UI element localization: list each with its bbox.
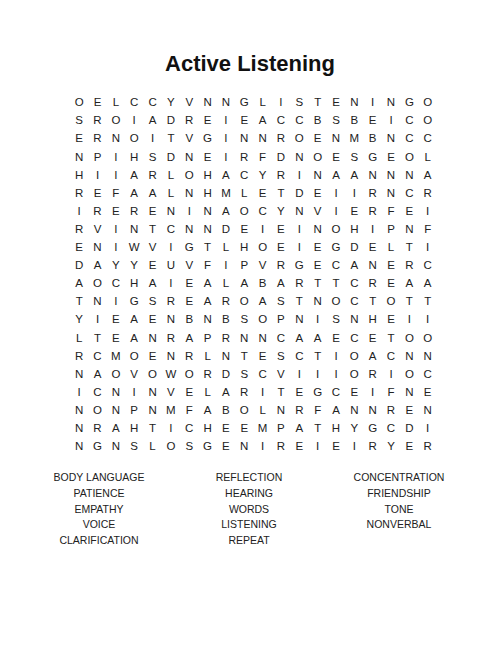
grid-cell-r7-c1[interactable]: I [70,203,88,221]
grid-cell-r4-c14[interactable]: O [308,148,326,166]
grid-cell-r14-c17[interactable]: E [364,329,382,347]
grid-cell-r5-c16[interactable]: A [345,166,363,184]
grid-cell-r6-c1[interactable]: R [70,184,88,202]
grid-cell-r8-c2[interactable]: V [88,221,106,239]
grid-cell-r15-c10[interactable]: T [235,347,253,365]
grid-cell-r20-c3[interactable]: N [107,438,125,456]
grid-cell-r3-c8[interactable]: G [198,130,216,148]
grid-cell-r5-c5[interactable]: R [143,166,161,184]
grid-cell-r4-c6[interactable]: D [162,148,180,166]
grid-cell-r1-c2[interactable]: E [88,94,106,112]
grid-cell-r6-c8[interactable]: H [198,184,216,202]
grid-cell-r6-c7[interactable]: N [180,184,198,202]
grid-cell-r14-c5[interactable]: N [143,329,161,347]
grid-cell-r14-c7[interactable]: A [180,329,198,347]
grid-cell-r9-c12[interactable]: E [272,239,290,257]
grid-cell-r4-c20[interactable]: L [419,148,437,166]
grid-cell-r10-c16[interactable]: A [345,257,363,275]
grid-cell-r20-c7[interactable]: S [180,438,198,456]
grid-cell-r9-c7[interactable]: G [180,239,198,257]
grid-cell-r3-c9[interactable]: I [217,130,235,148]
grid-cell-r12-c15[interactable]: O [327,293,345,311]
grid-cell-r14-c16[interactable]: C [345,329,363,347]
grid-cell-r10-c6[interactable]: U [162,257,180,275]
grid-cell-r13-c3[interactable]: E [107,311,125,329]
grid-cell-r2-c7[interactable]: R [180,112,198,130]
grid-cell-r2-c12[interactable]: C [272,112,290,130]
grid-cell-r3-c20[interactable]: C [419,130,437,148]
grid-cell-r3-c18[interactable]: N [382,130,400,148]
grid-cell-r9-c11[interactable]: O [253,239,271,257]
grid-cell-r12-c20[interactable]: T [419,293,437,311]
grid-cell-r10-c1[interactable]: D [70,257,88,275]
grid-cell-r18-c18[interactable]: R [382,402,400,420]
grid-cell-r2-c17[interactable]: E [364,112,382,130]
grid-cell-r20-c13[interactable]: E [290,438,308,456]
grid-cell-r20-c8[interactable]: G [198,438,216,456]
grid-cell-r4-c2[interactable]: P [88,148,106,166]
grid-cell-r10-c11[interactable]: V [253,257,271,275]
grid-cell-r19-c4[interactable]: H [125,420,143,438]
grid-cell-r16-c9[interactable]: D [217,365,235,383]
grid-cell-r17-c17[interactable]: I [364,384,382,402]
grid-cell-r8-c18[interactable]: P [382,221,400,239]
grid-cell-r5-c14[interactable]: N [308,166,326,184]
grid-cell-r19-c19[interactable]: D [400,420,418,438]
grid-cell-r16-c19[interactable]: O [400,365,418,383]
grid-cell-r5-c2[interactable]: I [88,166,106,184]
grid-cell-r11-c4[interactable]: H [125,275,143,293]
grid-cell-r15-c18[interactable]: C [382,347,400,365]
grid-cell-r4-c15[interactable]: E [327,148,345,166]
grid-cell-r5-c10[interactable]: C [235,166,253,184]
grid-cell-r12-c5[interactable]: S [143,293,161,311]
grid-cell-r15-c20[interactable]: N [419,347,437,365]
grid-cell-r18-c5[interactable]: N [143,402,161,420]
grid-cell-r16-c10[interactable]: S [235,365,253,383]
grid-cell-r11-c2[interactable]: O [88,275,106,293]
grid-cell-r7-c3[interactable]: E [107,203,125,221]
grid-cell-r9-c10[interactable]: H [235,239,253,257]
grid-cell-r6-c5[interactable]: A [143,184,161,202]
grid-cell-r17-c4[interactable]: I [125,384,143,402]
grid-cell-r14-c1[interactable]: L [70,329,88,347]
grid-cell-r18-c19[interactable]: E [400,402,418,420]
grid-cell-r18-c8[interactable]: A [198,402,216,420]
grid-cell-r17-c20[interactable]: E [419,384,437,402]
grid-cell-r11-c18[interactable]: E [382,275,400,293]
grid-cell-r11-c1[interactable]: A [70,275,88,293]
grid-cell-r2-c16[interactable]: B [345,112,363,130]
grid-cell-r1-c17[interactable]: I [364,94,382,112]
grid-cell-r7-c5[interactable]: E [143,203,161,221]
grid-cell-r9-c3[interactable]: I [107,239,125,257]
grid-cell-r2-c10[interactable]: E [235,112,253,130]
grid-cell-r15-c17[interactable]: A [364,347,382,365]
grid-cell-r12-c14[interactable]: N [308,293,326,311]
grid-cell-r2-c15[interactable]: S [327,112,345,130]
grid-cell-r18-c16[interactable]: N [345,402,363,420]
grid-cell-r7-c2[interactable]: R [88,203,106,221]
grid-cell-r14-c8[interactable]: P [198,329,216,347]
grid-cell-r9-c19[interactable]: T [400,239,418,257]
grid-cell-r9-c17[interactable]: E [364,239,382,257]
grid-cell-r7-c19[interactable]: E [400,203,418,221]
grid-cell-r7-c15[interactable]: I [327,203,345,221]
grid-cell-r3-c19[interactable]: C [400,130,418,148]
grid-cell-r2-c4[interactable]: I [125,112,143,130]
grid-cell-r7-c12[interactable]: Y [272,203,290,221]
grid-cell-r3-c13[interactable]: O [290,130,308,148]
grid-cell-r15-c3[interactable]: M [107,347,125,365]
grid-cell-r6-c10[interactable]: L [235,184,253,202]
grid-cell-r20-c20[interactable]: R [419,438,437,456]
grid-cell-r2-c11[interactable]: A [253,112,271,130]
grid-cell-r3-c15[interactable]: N [327,130,345,148]
grid-cell-r19-c14[interactable]: T [308,420,326,438]
grid-cell-r16-c3[interactable]: O [107,365,125,383]
grid-cell-r15-c14[interactable]: T [308,347,326,365]
grid-cell-r15-c2[interactable]: C [88,347,106,365]
grid-cell-r20-c1[interactable]: N [70,438,88,456]
grid-cell-r7-c7[interactable]: I [180,203,198,221]
grid-cell-r9-c5[interactable]: V [143,239,161,257]
grid-cell-r2-c14[interactable]: B [308,112,326,130]
grid-cell-r14-c9[interactable]: R [217,329,235,347]
grid-cell-r5-c4[interactable]: A [125,166,143,184]
grid-cell-r15-c8[interactable]: L [198,347,216,365]
grid-cell-r17-c16[interactable]: E [345,384,363,402]
grid-cell-r1-c8[interactable]: N [198,94,216,112]
grid-cell-r12-c2[interactable]: N [88,293,106,311]
grid-cell-r6-c16[interactable]: I [345,184,363,202]
grid-cell-r16-c11[interactable]: C [253,365,271,383]
grid-cell-r14-c3[interactable]: E [107,329,125,347]
grid-cell-r17-c12[interactable]: T [272,384,290,402]
grid-cell-r10-c5[interactable]: E [143,257,161,275]
grid-cell-r12-c9[interactable]: R [217,293,235,311]
grid-cell-r12-c11[interactable]: A [253,293,271,311]
grid-cell-r11-c13[interactable]: R [290,275,308,293]
grid-cell-r1-c13[interactable]: S [290,94,308,112]
grid-cell-r1-c3[interactable]: L [107,94,125,112]
grid-cell-r8-c3[interactable]: I [107,221,125,239]
grid-cell-r7-c18[interactable]: F [382,203,400,221]
grid-cell-r10-c20[interactable]: C [419,257,437,275]
grid-cell-r18-c12[interactable]: N [272,402,290,420]
grid-cell-r4-c4[interactable]: H [125,148,143,166]
grid-cell-r16-c5[interactable]: O [143,365,161,383]
grid-cell-r3-c17[interactable]: B [364,130,382,148]
grid-cell-r11-c15[interactable]: T [327,275,345,293]
grid-cell-r15-c7[interactable]: R [180,347,198,365]
grid-cell-r8-c13[interactable]: I [290,221,308,239]
grid-cell-r14-c15[interactable]: E [327,329,345,347]
grid-cell-r4-c16[interactable]: S [345,148,363,166]
grid-cell-r17-c3[interactable]: N [107,384,125,402]
grid-cell-r3-c12[interactable]: R [272,130,290,148]
grid-cell-r6-c15[interactable]: I [327,184,345,202]
grid-cell-r7-c20[interactable]: I [419,203,437,221]
grid-cell-r7-c11[interactable]: C [253,203,271,221]
grid-cell-r9-c6[interactable]: I [162,239,180,257]
grid-cell-r10-c2[interactable]: A [88,257,106,275]
grid-cell-r10-c17[interactable]: N [364,257,382,275]
grid-cell-r19-c13[interactable]: A [290,420,308,438]
grid-cell-r17-c8[interactable]: L [198,384,216,402]
grid-cell-r13-c17[interactable]: H [364,311,382,329]
grid-cell-r5-c13[interactable]: I [290,166,308,184]
grid-cell-r17-c1[interactable]: I [70,384,88,402]
grid-cell-r2-c2[interactable]: R [88,112,106,130]
grid-cell-r4-c8[interactable]: E [198,148,216,166]
grid-cell-r12-c13[interactable]: T [290,293,308,311]
grid-cell-r8-c10[interactable]: E [235,221,253,239]
grid-cell-r5-c20[interactable]: A [419,166,437,184]
grid-cell-r17-c18[interactable]: F [382,384,400,402]
grid-cell-r2-c13[interactable]: C [290,112,308,130]
grid-cell-r1-c10[interactable]: G [235,94,253,112]
grid-cell-r6-c3[interactable]: F [107,184,125,202]
grid-cell-r2-c9[interactable]: I [217,112,235,130]
grid-cell-r16-c13[interactable]: I [290,365,308,383]
grid-cell-r11-c8[interactable]: A [198,275,216,293]
grid-cell-r13-c18[interactable]: E [382,311,400,329]
grid-cell-r13-c5[interactable]: E [143,311,161,329]
grid-cell-r10-c19[interactable]: R [400,257,418,275]
grid-cell-r4-c18[interactable]: E [382,148,400,166]
grid-cell-r19-c20[interactable]: I [419,420,437,438]
grid-cell-r8-c9[interactable]: D [217,221,235,239]
grid-cell-r15-c11[interactable]: E [253,347,271,365]
grid-cell-r2-c8[interactable]: E [198,112,216,130]
grid-cell-r19-c8[interactable]: H [198,420,216,438]
grid-cell-r6-c2[interactable]: E [88,184,106,202]
grid-cell-r12-c18[interactable]: O [382,293,400,311]
grid-cell-r8-c20[interactable]: F [419,221,437,239]
grid-cell-r4-c19[interactable]: O [400,148,418,166]
grid-cell-r18-c15[interactable]: A [327,402,345,420]
grid-cell-r3-c4[interactable]: O [125,130,143,148]
grid-cell-r1-c1[interactable]: O [70,94,88,112]
grid-cell-r6-c6[interactable]: L [162,184,180,202]
grid-cell-r3-c7[interactable]: V [180,130,198,148]
grid-cell-r10-c4[interactable]: Y [125,257,143,275]
grid-cell-r1-c20[interactable]: O [419,94,437,112]
grid-cell-r19-c1[interactable]: N [70,420,88,438]
grid-cell-r18-c14[interactable]: F [308,402,326,420]
grid-cell-r6-c20[interactable]: R [419,184,437,202]
grid-cell-r9-c15[interactable]: G [327,239,345,257]
grid-cell-r17-c19[interactable]: N [400,384,418,402]
grid-cell-r19-c17[interactable]: G [364,420,382,438]
grid-cell-r17-c9[interactable]: A [217,384,235,402]
grid-cell-r5-c18[interactable]: N [382,166,400,184]
grid-cell-r7-c10[interactable]: O [235,203,253,221]
grid-cell-r9-c2[interactable]: N [88,239,106,257]
grid-cell-r5-c15[interactable]: A [327,166,345,184]
grid-cell-r10-c8[interactable]: F [198,257,216,275]
grid-cell-r9-c14[interactable]: E [308,239,326,257]
grid-cell-r18-c9[interactable]: B [217,402,235,420]
grid-cell-r5-c8[interactable]: H [198,166,216,184]
grid-cell-r14-c10[interactable]: N [235,329,253,347]
grid-cell-r18-c10[interactable]: O [235,402,253,420]
grid-cell-r1-c16[interactable]: N [345,94,363,112]
grid-cell-r19-c12[interactable]: P [272,420,290,438]
grid-cell-r12-c4[interactable]: G [125,293,143,311]
grid-cell-r4-c17[interactable]: G [364,148,382,166]
grid-cell-r2-c3[interactable]: O [107,112,125,130]
grid-cell-r8-c19[interactable]: N [400,221,418,239]
grid-cell-r15-c5[interactable]: E [143,347,161,365]
grid-cell-r11-c7[interactable]: E [180,275,198,293]
grid-cell-r5-c7[interactable]: O [180,166,198,184]
grid-cell-r8-c5[interactable]: T [143,221,161,239]
grid-cell-r7-c16[interactable]: E [345,203,363,221]
grid-cell-r13-c15[interactable]: S [327,311,345,329]
grid-cell-r3-c11[interactable]: N [253,130,271,148]
grid-cell-r6-c17[interactable]: R [364,184,382,202]
grid-cell-r3-c10[interactable]: N [235,130,253,148]
grid-cell-r9-c4[interactable]: W [125,239,143,257]
grid-cell-r4-c5[interactable]: S [143,148,161,166]
grid-cell-r19-c18[interactable]: C [382,420,400,438]
grid-cell-r14-c13[interactable]: A [290,329,308,347]
grid-cell-r19-c10[interactable]: E [235,420,253,438]
grid-cell-r19-c5[interactable]: T [143,420,161,438]
grid-cell-r5-c9[interactable]: A [217,166,235,184]
grid-cell-r20-c9[interactable]: E [217,438,235,456]
grid-cell-r17-c5[interactable]: N [143,384,161,402]
grid-cell-r16-c18[interactable]: I [382,365,400,383]
grid-cell-r15-c16[interactable]: O [345,347,363,365]
grid-cell-r11-c14[interactable]: T [308,275,326,293]
grid-cell-r3-c14[interactable]: E [308,130,326,148]
grid-cell-r4-c12[interactable]: D [272,148,290,166]
grid-cell-r20-c16[interactable]: I [345,438,363,456]
grid-cell-r8-c12[interactable]: E [272,221,290,239]
grid-cell-r17-c15[interactable]: C [327,384,345,402]
grid-cell-r5-c17[interactable]: N [364,166,382,184]
grid-cell-r12-c3[interactable]: I [107,293,125,311]
grid-cell-r20-c4[interactable]: S [125,438,143,456]
grid-cell-r9-c16[interactable]: D [345,239,363,257]
grid-cell-r5-c6[interactable]: L [162,166,180,184]
grid-cell-r17-c2[interactable]: C [88,384,106,402]
grid-cell-r8-c4[interactable]: N [125,221,143,239]
grid-cell-r2-c20[interactable]: O [419,112,437,130]
grid-cell-r15-c19[interactable]: N [400,347,418,365]
grid-cell-r6-c19[interactable]: C [400,184,418,202]
grid-cell-r11-c12[interactable]: A [272,275,290,293]
grid-cell-r8-c16[interactable]: H [345,221,363,239]
grid-cell-r1-c19[interactable]: G [400,94,418,112]
grid-cell-r10-c9[interactable]: I [217,257,235,275]
grid-cell-r13-c16[interactable]: N [345,311,363,329]
grid-cell-r17-c13[interactable]: E [290,384,308,402]
grid-cell-r13-c6[interactable]: N [162,311,180,329]
grid-cell-r8-c11[interactable]: I [253,221,271,239]
grid-cell-r12-c12[interactable]: S [272,293,290,311]
grid-cell-r11-c3[interactable]: C [107,275,125,293]
grid-cell-r10-c10[interactable]: P [235,257,253,275]
grid-cell-r15-c13[interactable]: C [290,347,308,365]
grid-cell-r1-c7[interactable]: V [180,94,198,112]
grid-cell-r7-c17[interactable]: R [364,203,382,221]
grid-cell-r6-c4[interactable]: A [125,184,143,202]
grid-cell-r15-c12[interactable]: S [272,347,290,365]
grid-cell-r1-c18[interactable]: N [382,94,400,112]
grid-cell-r14-c19[interactable]: O [400,329,418,347]
grid-cell-r8-c7[interactable]: N [180,221,198,239]
grid-cell-r14-c2[interactable]: T [88,329,106,347]
grid-cell-r1-c6[interactable]: Y [162,94,180,112]
grid-cell-r10-c15[interactable]: C [327,257,345,275]
grid-cell-r10-c12[interactable]: R [272,257,290,275]
grid-cell-r2-c18[interactable]: I [382,112,400,130]
grid-cell-r3-c16[interactable]: M [345,130,363,148]
grid-cell-r12-c1[interactable]: T [70,293,88,311]
grid-cell-r14-c6[interactable]: R [162,329,180,347]
grid-cell-r1-c5[interactable]: C [143,94,161,112]
grid-cell-r13-c1[interactable]: Y [70,311,88,329]
grid-cell-r6-c9[interactable]: M [217,184,235,202]
grid-cell-r16-c1[interactable]: N [70,365,88,383]
grid-cell-r11-c5[interactable]: A [143,275,161,293]
grid-cell-r20-c2[interactable]: G [88,438,106,456]
grid-cell-r1-c9[interactable]: N [217,94,235,112]
grid-cell-r14-c14[interactable]: A [308,329,326,347]
grid-cell-r3-c2[interactable]: R [88,130,106,148]
grid-cell-r17-c6[interactable]: V [162,384,180,402]
grid-cell-r18-c1[interactable]: N [70,402,88,420]
grid-cell-r6-c14[interactable]: E [308,184,326,202]
grid-cell-r1-c11[interactable]: L [253,94,271,112]
grid-cell-r18-c11[interactable]: L [253,402,271,420]
grid-cell-r11-c10[interactable]: A [235,275,253,293]
grid-cell-r6-c12[interactable]: T [272,184,290,202]
grid-cell-r12-c7[interactable]: E [180,293,198,311]
grid-cell-r20-c12[interactable]: R [272,438,290,456]
grid-cell-r20-c18[interactable]: Y [382,438,400,456]
grid-cell-r8-c14[interactable]: N [308,221,326,239]
grid-cell-r15-c6[interactable]: N [162,347,180,365]
grid-cell-r10-c7[interactable]: V [180,257,198,275]
grid-cell-r2-c19[interactable]: C [400,112,418,130]
grid-cell-r19-c6[interactable]: I [162,420,180,438]
grid-cell-r5-c3[interactable]: I [107,166,125,184]
grid-cell-r1-c15[interactable]: E [327,94,345,112]
grid-cell-r10-c14[interactable]: E [308,257,326,275]
grid-cell-r13-c14[interactable]: I [308,311,326,329]
grid-cell-r13-c4[interactable]: A [125,311,143,329]
grid-cell-r9-c13[interactable]: I [290,239,308,257]
grid-cell-r16-c2[interactable]: A [88,365,106,383]
grid-cell-r11-c17[interactable]: R [364,275,382,293]
grid-cell-r20-c19[interactable]: E [400,438,418,456]
grid-cell-r16-c16[interactable]: O [345,365,363,383]
grid-cell-r15-c4[interactable]: O [125,347,143,365]
grid-cell-r20-c14[interactable]: I [308,438,326,456]
grid-cell-r16-c20[interactable]: C [419,365,437,383]
grid-cell-r20-c6[interactable]: O [162,438,180,456]
grid-cell-r19-c15[interactable]: H [327,420,345,438]
grid-cell-r17-c11[interactable]: I [253,384,271,402]
grid-cell-r20-c10[interactable]: N [235,438,253,456]
grid-cell-r20-c17[interactable]: R [364,438,382,456]
grid-cell-r13-c13[interactable]: N [290,311,308,329]
